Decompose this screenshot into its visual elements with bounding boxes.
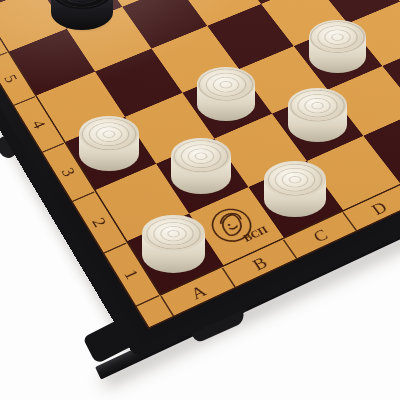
checker-white-b2[interactable] xyxy=(171,138,232,194)
checker-white-c3[interactable] xyxy=(197,67,255,121)
piece-top xyxy=(79,116,139,151)
checker-white-c1[interactable] xyxy=(264,161,325,217)
piece-top xyxy=(264,161,325,197)
piece-top xyxy=(288,88,347,122)
photo-stage: ВСП ABCDEFGH 87654321 xyxy=(0,0,400,400)
checker-white-e3[interactable] xyxy=(309,20,366,72)
checker-black-b6[interactable] xyxy=(51,0,113,30)
piece-top xyxy=(197,67,255,101)
checker-white-a1[interactable] xyxy=(142,215,205,273)
checker-white-a3[interactable] xyxy=(79,116,139,171)
logo-text: ВСП xyxy=(240,224,269,244)
checker-white-d2[interactable] xyxy=(288,88,347,142)
